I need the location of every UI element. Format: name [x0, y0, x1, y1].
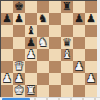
- square-b6[interactable]: [13, 25, 25, 37]
- square-b1[interactable]: ♚: [13, 85, 25, 97]
- square-h1[interactable]: [85, 85, 97, 97]
- square-f7[interactable]: [61, 13, 73, 25]
- square-f3[interactable]: [61, 61, 73, 73]
- square-h2[interactable]: ♟: [85, 73, 97, 85]
- square-d3[interactable]: [37, 61, 49, 73]
- square-g2[interactable]: [73, 73, 85, 85]
- square-e7[interactable]: [49, 13, 61, 25]
- square-d4[interactable]: [37, 49, 49, 61]
- piece-white-pawn[interactable]: ♟: [73, 61, 85, 73]
- square-e3[interactable]: [49, 61, 61, 73]
- square-d2[interactable]: [37, 73, 49, 85]
- square-a5[interactable]: [1, 37, 13, 49]
- square-a7[interactable]: ♟: [1, 13, 13, 25]
- square-h6[interactable]: [85, 25, 97, 37]
- square-b7[interactable]: ♟: [13, 13, 25, 25]
- square-g1[interactable]: [73, 85, 85, 97]
- square-g5[interactable]: [73, 37, 85, 49]
- square-c3[interactable]: [25, 61, 37, 73]
- square-e4[interactable]: [49, 49, 61, 61]
- chess-board: ♚♜♟♟♞♟♟♝♟♞♛♟♝♛♟♟♟♟♚♜: [0, 0, 97, 97]
- square-e1[interactable]: [49, 85, 61, 97]
- square-c1[interactable]: ♜: [25, 85, 37, 97]
- piece-white-rook[interactable]: ♜: [25, 85, 37, 97]
- piece-black-rook[interactable]: ♜: [61, 1, 73, 13]
- square-e8[interactable]: [49, 1, 61, 13]
- square-f4[interactable]: ♝: [61, 49, 73, 61]
- square-b5[interactable]: [13, 37, 25, 49]
- piece-white-bishop[interactable]: ♝: [61, 49, 73, 61]
- piece-white-king[interactable]: ♚: [13, 85, 25, 97]
- piece-white-pawn[interactable]: ♟: [1, 73, 13, 85]
- scrollbar-thumb[interactable]: [2, 98, 30, 100]
- piece-white-pawn[interactable]: ♟: [25, 49, 37, 61]
- square-g6[interactable]: [73, 25, 85, 37]
- square-e6[interactable]: [49, 25, 61, 37]
- square-f2[interactable]: [61, 73, 73, 85]
- piece-white-pawn[interactable]: ♟: [85, 73, 97, 85]
- piece-black-pawn[interactable]: ♟: [1, 13, 13, 25]
- square-e5[interactable]: [49, 37, 61, 49]
- piece-white-knight[interactable]: ♞: [37, 37, 49, 49]
- square-e2[interactable]: [49, 73, 61, 85]
- square-d5[interactable]: ♞: [37, 37, 49, 49]
- square-g3[interactable]: ♟: [73, 61, 85, 73]
- square-a1[interactable]: [1, 85, 13, 97]
- square-h7[interactable]: ♟: [85, 13, 97, 25]
- piece-black-knight[interactable]: ♞: [37, 13, 49, 25]
- square-d1[interactable]: [37, 85, 49, 97]
- square-a6[interactable]: [1, 25, 13, 37]
- horizontal-scrollbar[interactable]: [0, 97, 100, 100]
- square-g7[interactable]: ♟: [73, 13, 85, 25]
- square-f8[interactable]: ♜: [61, 1, 73, 13]
- square-f1[interactable]: [61, 85, 73, 97]
- square-h4[interactable]: [85, 49, 97, 61]
- square-c8[interactable]: [25, 1, 37, 13]
- piece-black-pawn[interactable]: ♟: [13, 13, 25, 25]
- square-h5[interactable]: [85, 37, 97, 49]
- square-a2[interactable]: ♟: [1, 73, 13, 85]
- square-c4[interactable]: ♟: [25, 49, 37, 61]
- square-a4[interactable]: [1, 49, 13, 61]
- piece-black-pawn[interactable]: ♟: [73, 13, 85, 25]
- square-d7[interactable]: ♞: [37, 13, 49, 25]
- piece-black-pawn[interactable]: ♟: [85, 13, 97, 25]
